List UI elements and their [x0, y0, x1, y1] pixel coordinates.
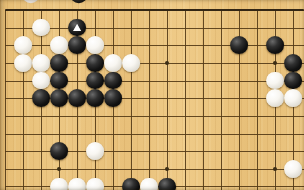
intersection[interactable]	[55, 112, 73, 130]
white-stone	[266, 89, 284, 107]
intersection[interactable]	[289, 112, 304, 130]
intersection[interactable]	[181, 59, 199, 77]
intersection[interactable]	[235, 112, 253, 130]
intersection[interactable]	[235, 182, 253, 190]
white-stone	[32, 19, 50, 37]
go-board[interactable]	[0, 0, 304, 190]
intersection[interactable]	[199, 165, 217, 183]
intersection[interactable]	[217, 182, 235, 190]
intersection[interactable]	[163, 129, 181, 147]
black-stone	[86, 54, 104, 72]
intersection[interactable]	[199, 41, 217, 59]
intersection[interactable]	[289, 24, 304, 42]
intersection[interactable]	[181, 129, 199, 147]
intersection[interactable]	[127, 94, 145, 112]
intersection[interactable]	[253, 165, 271, 183]
intersection[interactable]	[109, 24, 127, 42]
star-point	[165, 61, 169, 65]
intersection[interactable]	[163, 24, 181, 42]
intersection[interactable]	[217, 147, 235, 165]
black-stone	[68, 36, 86, 54]
black-stone	[266, 36, 284, 54]
intersection[interactable]	[181, 165, 199, 183]
intersection[interactable]	[271, 129, 289, 147]
intersection[interactable]	[1, 94, 19, 112]
intersection[interactable]	[1, 129, 19, 147]
intersection[interactable]	[199, 129, 217, 147]
star-point	[165, 167, 169, 171]
intersection[interactable]	[127, 24, 145, 42]
intersection[interactable]	[1, 112, 19, 130]
intersection[interactable]	[19, 182, 37, 190]
black-stone	[68, 19, 86, 37]
black-stone	[230, 36, 248, 54]
intersection[interactable]	[73, 112, 91, 130]
intersection[interactable]	[163, 112, 181, 130]
intersection[interactable]	[163, 77, 181, 95]
intersection[interactable]	[145, 41, 163, 59]
intersection[interactable]	[271, 182, 289, 190]
intersection[interactable]	[235, 59, 253, 77]
black-stone	[50, 142, 68, 160]
white-stone	[32, 54, 50, 72]
cropped-stone-top-black	[70, 0, 87, 4]
intersection[interactable]	[289, 129, 304, 147]
intersection[interactable]	[145, 77, 163, 95]
intersection[interactable]	[199, 24, 217, 42]
white-stone	[140, 178, 158, 190]
intersection[interactable]	[109, 147, 127, 165]
intersection[interactable]	[181, 147, 199, 165]
intersection[interactable]	[217, 112, 235, 130]
intersection[interactable]	[181, 182, 199, 190]
intersection[interactable]	[1, 165, 19, 183]
intersection[interactable]	[1, 77, 19, 95]
white-stone	[284, 160, 302, 178]
white-stone	[86, 142, 104, 160]
intersection[interactable]	[19, 147, 37, 165]
intersection[interactable]	[253, 182, 271, 190]
intersection[interactable]	[109, 112, 127, 130]
white-stone	[284, 89, 302, 107]
white-stone	[86, 36, 104, 54]
intersection[interactable]	[235, 94, 253, 112]
intersection[interactable]	[163, 147, 181, 165]
intersection[interactable]	[199, 59, 217, 77]
intersection[interactable]	[1, 182, 19, 190]
intersection[interactable]	[217, 165, 235, 183]
intersection[interactable]	[163, 94, 181, 112]
black-stone	[50, 72, 68, 90]
star-point	[273, 61, 277, 65]
intersection[interactable]	[127, 77, 145, 95]
white-stone	[68, 178, 86, 190]
intersection[interactable]	[145, 24, 163, 42]
intersection[interactable]	[181, 77, 199, 95]
white-stone	[86, 178, 104, 190]
intersection[interactable]	[181, 24, 199, 42]
white-stone	[32, 72, 50, 90]
intersection[interactable]	[181, 112, 199, 130]
intersection[interactable]	[235, 147, 253, 165]
intersection[interactable]	[145, 129, 163, 147]
white-stone	[14, 36, 32, 54]
black-stone	[50, 89, 68, 107]
intersection[interactable]	[19, 129, 37, 147]
star-point	[57, 167, 61, 171]
intersection[interactable]	[289, 182, 304, 190]
white-stone	[122, 54, 140, 72]
white-stone	[50, 36, 68, 54]
black-stone	[104, 89, 122, 107]
cropped-stone-top-white	[22, 0, 39, 4]
intersection[interactable]	[127, 147, 145, 165]
black-stone	[32, 89, 50, 107]
intersection[interactable]	[19, 165, 37, 183]
intersection[interactable]	[145, 94, 163, 112]
black-stone	[86, 72, 104, 90]
last-move-triangle-marker	[73, 24, 81, 31]
black-stone	[158, 178, 176, 190]
intersection[interactable]	[1, 147, 19, 165]
intersection[interactable]	[199, 112, 217, 130]
intersection[interactable]	[109, 129, 127, 147]
intersection[interactable]	[181, 94, 199, 112]
star-point	[273, 167, 277, 171]
intersection[interactable]	[235, 77, 253, 95]
black-stone	[86, 89, 104, 107]
intersection[interactable]	[253, 129, 271, 147]
black-stone	[284, 54, 302, 72]
intersection[interactable]	[199, 182, 217, 190]
white-stone	[104, 54, 122, 72]
intersection[interactable]	[199, 94, 217, 112]
intersection[interactable]	[217, 59, 235, 77]
intersection[interactable]	[199, 77, 217, 95]
intersection[interactable]	[127, 112, 145, 130]
intersection[interactable]	[145, 59, 163, 77]
intersection[interactable]	[19, 112, 37, 130]
intersection[interactable]	[271, 112, 289, 130]
intersection[interactable]	[163, 41, 181, 59]
black-stone	[284, 72, 302, 90]
intersection[interactable]	[217, 77, 235, 95]
intersection[interactable]	[181, 41, 199, 59]
intersection[interactable]	[235, 129, 253, 147]
intersection[interactable]	[199, 147, 217, 165]
intersection[interactable]	[127, 129, 145, 147]
black-stone	[104, 72, 122, 90]
white-stone	[266, 72, 284, 90]
intersection[interactable]	[253, 112, 271, 130]
white-stone	[14, 54, 32, 72]
black-stone	[68, 89, 86, 107]
white-stone	[50, 178, 68, 190]
intersection[interactable]	[145, 112, 163, 130]
intersection[interactable]	[253, 147, 271, 165]
intersection[interactable]	[37, 112, 55, 130]
board-top-edge-line	[5, 9, 304, 12]
intersection[interactable]	[91, 112, 109, 130]
intersection[interactable]	[217, 129, 235, 147]
intersection[interactable]	[235, 165, 253, 183]
black-stone	[122, 178, 140, 190]
black-stone	[50, 54, 68, 72]
intersection[interactable]	[217, 94, 235, 112]
intersection[interactable]	[145, 147, 163, 165]
